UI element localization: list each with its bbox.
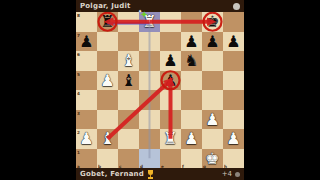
app-screen: Polgar, Judit 8♜♜♚7♟♟♟♟6♝♟♞5♟♝♟43♟2♟♝♜♟♟… bbox=[0, 0, 320, 180]
status-dot-icon[interactable] bbox=[233, 3, 240, 10]
square-e3[interactable] bbox=[160, 110, 181, 130]
top-player-name: Polgar, Judit bbox=[80, 2, 131, 10]
square-c2[interactable] bbox=[118, 129, 139, 149]
piece-white-p[interactable]: ♟ bbox=[97, 71, 118, 91]
material-dot-icon bbox=[235, 172, 240, 177]
square-c1[interactable]: c bbox=[118, 149, 139, 169]
piece-black-r[interactable]: ♜ bbox=[97, 12, 118, 32]
square-f4[interactable] bbox=[181, 90, 202, 110]
square-b5[interactable]: ♟ bbox=[97, 71, 118, 91]
square-f6[interactable]: ♞ bbox=[181, 51, 202, 71]
square-a1[interactable]: 1a bbox=[76, 149, 97, 169]
square-c6[interactable]: ♝ bbox=[118, 51, 139, 71]
square-g4[interactable] bbox=[202, 90, 223, 110]
square-e6[interactable]: ♟ bbox=[160, 51, 181, 71]
piece-white-p[interactable]: ♟ bbox=[223, 129, 244, 149]
square-b4[interactable] bbox=[97, 90, 118, 110]
square-g1[interactable]: g♚ bbox=[202, 149, 223, 169]
square-b3[interactable] bbox=[97, 110, 118, 130]
rank-label-6: 6 bbox=[77, 52, 80, 56]
square-h6[interactable] bbox=[223, 51, 244, 71]
bottom-player-bar: Gobet, Fernand +4 bbox=[76, 168, 244, 180]
square-h7[interactable]: ♟ bbox=[223, 32, 244, 52]
square-g7[interactable]: ♟ bbox=[202, 32, 223, 52]
square-h1[interactable]: h bbox=[223, 149, 244, 169]
rank-label-5: 5 bbox=[77, 72, 80, 76]
square-h2[interactable]: ♟ bbox=[223, 129, 244, 149]
square-g8[interactable]: ♚ bbox=[202, 12, 223, 32]
square-g5[interactable] bbox=[202, 71, 223, 91]
piece-white-b[interactable]: ♝ bbox=[97, 129, 118, 149]
square-e2[interactable]: ♜ bbox=[160, 129, 181, 149]
piece-black-n[interactable]: ♞ bbox=[181, 51, 202, 71]
square-h4[interactable] bbox=[223, 90, 244, 110]
square-a2[interactable]: 2♟ bbox=[76, 129, 97, 149]
square-b2[interactable]: ♝ bbox=[97, 129, 118, 149]
trophy-icon bbox=[147, 170, 154, 179]
square-d2[interactable] bbox=[139, 129, 160, 149]
piece-white-b[interactable]: ♝ bbox=[118, 51, 139, 71]
square-d1[interactable]: d bbox=[139, 149, 160, 169]
square-e1[interactable]: e bbox=[160, 149, 181, 169]
piece-white-k[interactable]: ♚ bbox=[202, 149, 223, 169]
rank-label-1: 1 bbox=[77, 150, 80, 154]
piece-white-p[interactable]: ♟ bbox=[202, 110, 223, 130]
square-d3[interactable] bbox=[139, 110, 160, 130]
square-f8[interactable] bbox=[181, 12, 202, 32]
square-c7[interactable] bbox=[118, 32, 139, 52]
square-f5[interactable] bbox=[181, 71, 202, 91]
square-h5[interactable] bbox=[223, 71, 244, 91]
piece-black-p[interactable]: ♟ bbox=[181, 32, 202, 52]
square-f7[interactable]: ♟ bbox=[181, 32, 202, 52]
piece-white-r[interactable]: ♜ bbox=[139, 12, 160, 32]
piece-white-p[interactable]: ♟ bbox=[181, 129, 202, 149]
bottom-player-name: Gobet, Fernand bbox=[80, 170, 144, 178]
square-f3[interactable] bbox=[181, 110, 202, 130]
piece-white-r[interactable]: ♜ bbox=[160, 129, 181, 149]
square-b7[interactable] bbox=[97, 32, 118, 52]
top-player-bar: Polgar, Judit bbox=[76, 0, 244, 12]
piece-black-p[interactable]: ♟ bbox=[223, 32, 244, 52]
rank-label-8: 8 bbox=[77, 13, 80, 17]
square-g2[interactable] bbox=[202, 129, 223, 149]
square-e8[interactable] bbox=[160, 12, 181, 32]
square-d4[interactable] bbox=[139, 90, 160, 110]
right-letterbox bbox=[244, 0, 320, 180]
square-d7[interactable] bbox=[139, 32, 160, 52]
square-b8[interactable]: ♜ bbox=[97, 12, 118, 32]
chess-board[interactable]: 8♜♜♚7♟♟♟♟6♝♟♞5♟♝♟43♟2♟♝♜♟♟1abcdefg♚h✦✦ bbox=[76, 12, 244, 168]
square-a6[interactable]: 6 bbox=[76, 51, 97, 71]
square-a8[interactable]: 8 bbox=[76, 12, 97, 32]
square-d5[interactable] bbox=[139, 71, 160, 91]
square-d8[interactable]: ♜ bbox=[139, 12, 160, 32]
square-h3[interactable] bbox=[223, 110, 244, 130]
square-e7[interactable] bbox=[160, 32, 181, 52]
rank-label-3: 3 bbox=[77, 111, 80, 115]
rank-label-4: 4 bbox=[77, 91, 80, 95]
square-h8[interactable] bbox=[223, 12, 244, 32]
square-c3[interactable] bbox=[118, 110, 139, 130]
piece-black-b[interactable]: ♝ bbox=[118, 71, 139, 91]
square-e4[interactable] bbox=[160, 90, 181, 110]
square-b1[interactable]: b bbox=[97, 149, 118, 169]
piece-black-p[interactable]: ♟ bbox=[76, 32, 97, 52]
piece-black-p[interactable]: ♟ bbox=[160, 51, 181, 71]
material-advantage: +4 bbox=[222, 170, 232, 178]
square-a5[interactable]: 5 bbox=[76, 71, 97, 91]
piece-black-p[interactable]: ♟ bbox=[160, 71, 181, 91]
square-e5[interactable]: ♟ bbox=[160, 71, 181, 91]
square-a4[interactable]: 4 bbox=[76, 90, 97, 110]
square-g3[interactable]: ♟ bbox=[202, 110, 223, 130]
left-letterbox bbox=[0, 0, 76, 180]
square-c4[interactable] bbox=[118, 90, 139, 110]
piece-black-p[interactable]: ♟ bbox=[202, 32, 223, 52]
square-a7[interactable]: 7♟ bbox=[76, 32, 97, 52]
piece-white-p[interactable]: ♟ bbox=[76, 129, 97, 149]
square-f2[interactable]: ♟ bbox=[181, 129, 202, 149]
square-c8[interactable] bbox=[118, 12, 139, 32]
square-f1[interactable]: f bbox=[181, 149, 202, 169]
square-g6[interactable] bbox=[202, 51, 223, 71]
piece-black-k[interactable]: ♚ bbox=[202, 12, 223, 32]
square-d6[interactable] bbox=[139, 51, 160, 71]
square-c5[interactable]: ♝ bbox=[118, 71, 139, 91]
square-b6[interactable] bbox=[97, 51, 118, 71]
square-a3[interactable]: 3 bbox=[76, 110, 97, 130]
